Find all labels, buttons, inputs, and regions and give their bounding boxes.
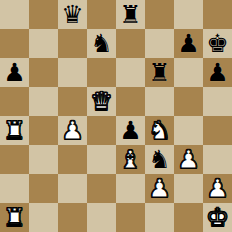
square-e6[interactable] (116, 58, 145, 87)
square-a4[interactable]: ♜ (0, 116, 29, 145)
piece-black-king[interactable]: ♚ (206, 29, 228, 58)
square-h8[interactable] (203, 0, 232, 29)
piece-black-knight[interactable]: ♞ (90, 29, 112, 58)
square-h7[interactable]: ♚ (203, 29, 232, 58)
square-d8[interactable] (87, 0, 116, 29)
square-h5[interactable] (203, 87, 232, 116)
square-f6[interactable]: ♜ (145, 58, 174, 87)
square-f3[interactable]: ♞ (145, 145, 174, 174)
square-b3[interactable] (29, 145, 58, 174)
square-e2[interactable] (116, 174, 145, 203)
piece-white-pawn[interactable]: ♟ (148, 174, 170, 203)
piece-white-pawn[interactable]: ♟ (61, 116, 83, 145)
square-a6[interactable]: ♟ (0, 58, 29, 87)
square-d2[interactable] (87, 174, 116, 203)
square-g5[interactable] (174, 87, 203, 116)
square-g3[interactable]: ♟ (174, 145, 203, 174)
piece-black-pawn[interactable]: ♟ (3, 58, 25, 87)
square-h6[interactable]: ♟ (203, 58, 232, 87)
square-a1[interactable]: ♜ (0, 203, 29, 232)
square-g6[interactable] (174, 58, 203, 87)
square-f5[interactable] (145, 87, 174, 116)
square-f7[interactable] (145, 29, 174, 58)
square-f1[interactable] (145, 203, 174, 232)
square-e1[interactable] (116, 203, 145, 232)
piece-white-bishop[interactable]: ♝ (119, 145, 141, 174)
square-d7[interactable]: ♞ (87, 29, 116, 58)
square-c5[interactable] (58, 87, 87, 116)
square-h2[interactable]: ♟ (203, 174, 232, 203)
square-e8[interactable]: ♜ (116, 0, 145, 29)
square-c3[interactable] (58, 145, 87, 174)
square-c4[interactable]: ♟ (58, 116, 87, 145)
piece-black-pawn[interactable]: ♟ (119, 116, 141, 145)
square-g7[interactable]: ♟ (174, 29, 203, 58)
square-c6[interactable] (58, 58, 87, 87)
square-a5[interactable] (0, 87, 29, 116)
square-b6[interactable] (29, 58, 58, 87)
square-d1[interactable] (87, 203, 116, 232)
square-b2[interactable] (29, 174, 58, 203)
square-c1[interactable] (58, 203, 87, 232)
square-g2[interactable] (174, 174, 203, 203)
square-b7[interactable] (29, 29, 58, 58)
piece-white-pawn[interactable]: ♟ (177, 145, 199, 174)
piece-black-pawn[interactable]: ♟ (177, 29, 199, 58)
square-e3[interactable]: ♝ (116, 145, 145, 174)
square-f2[interactable]: ♟ (145, 174, 174, 203)
square-a2[interactable] (0, 174, 29, 203)
square-a7[interactable] (0, 29, 29, 58)
square-f4[interactable]: ♞ (145, 116, 174, 145)
square-b1[interactable] (29, 203, 58, 232)
square-c8[interactable]: ♛ (58, 0, 87, 29)
piece-black-rook[interactable]: ♜ (119, 0, 141, 29)
square-b4[interactable] (29, 116, 58, 145)
square-g8[interactable] (174, 0, 203, 29)
square-d6[interactable] (87, 58, 116, 87)
square-c2[interactable] (58, 174, 87, 203)
piece-black-knight[interactable]: ♞ (148, 145, 170, 174)
piece-white-rook[interactable]: ♜ (3, 203, 25, 232)
square-d3[interactable] (87, 145, 116, 174)
chess-board: ♛♜♞♟♚♟♜♟♛♜♟♟♞♝♞♟♟♟♜♚ (0, 0, 232, 232)
square-a8[interactable] (0, 0, 29, 29)
square-g1[interactable] (174, 203, 203, 232)
piece-white-queen[interactable]: ♛ (90, 87, 112, 116)
square-e5[interactable] (116, 87, 145, 116)
piece-white-rook[interactable]: ♜ (3, 116, 25, 145)
square-e7[interactable] (116, 29, 145, 58)
square-c7[interactable] (58, 29, 87, 58)
square-b8[interactable] (29, 0, 58, 29)
square-h1[interactable]: ♚ (203, 203, 232, 232)
square-a3[interactable] (0, 145, 29, 174)
piece-black-rook[interactable]: ♜ (148, 58, 170, 87)
square-h4[interactable] (203, 116, 232, 145)
square-h3[interactable] (203, 145, 232, 174)
square-g4[interactable] (174, 116, 203, 145)
piece-black-queen[interactable]: ♛ (61, 0, 83, 29)
piece-white-knight[interactable]: ♞ (148, 116, 170, 145)
piece-white-pawn[interactable]: ♟ (206, 174, 228, 203)
square-f8[interactable] (145, 0, 174, 29)
square-d5[interactable]: ♛ (87, 87, 116, 116)
piece-white-king[interactable]: ♚ (206, 203, 228, 232)
square-b5[interactable] (29, 87, 58, 116)
square-d4[interactable] (87, 116, 116, 145)
square-e4[interactable]: ♟ (116, 116, 145, 145)
piece-black-pawn[interactable]: ♟ (206, 58, 228, 87)
